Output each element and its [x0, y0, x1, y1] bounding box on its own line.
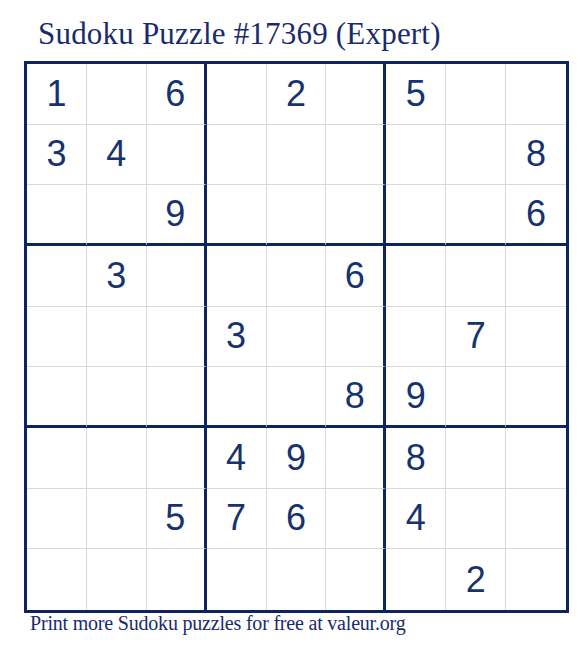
cell-r7c5[interactable]: 9 — [267, 428, 327, 489]
cell-r8c6[interactable] — [326, 489, 386, 550]
cell-r3c2[interactable] — [87, 185, 147, 246]
cell-r1c7[interactable]: 5 — [386, 64, 446, 125]
cell-r5c7[interactable] — [386, 307, 446, 368]
cell-r9c1[interactable] — [27, 549, 87, 610]
cell-r9c6[interactable] — [326, 549, 386, 610]
cell-r2c6[interactable] — [326, 125, 386, 186]
cell-r6c4[interactable] — [207, 367, 267, 428]
cell-r9c4[interactable] — [207, 549, 267, 610]
cell-r8c7[interactable]: 4 — [386, 489, 446, 550]
cell-r4c1[interactable] — [27, 246, 87, 307]
cell-r8c3[interactable]: 5 — [147, 489, 207, 550]
cell-r2c4[interactable] — [207, 125, 267, 186]
cell-r7c3[interactable] — [147, 428, 207, 489]
cell-r1c5[interactable]: 2 — [267, 64, 327, 125]
cell-r9c3[interactable] — [147, 549, 207, 610]
page-title: Sudoku Puzzle #17369 (Expert) — [38, 16, 441, 52]
cell-r3c7[interactable] — [386, 185, 446, 246]
cell-r4c9[interactable] — [506, 246, 566, 307]
cell-r6c8[interactable] — [446, 367, 506, 428]
cell-r5c8[interactable]: 7 — [446, 307, 506, 368]
cell-r7c1[interactable] — [27, 428, 87, 489]
cell-r4c6[interactable]: 6 — [326, 246, 386, 307]
cell-r4c3[interactable] — [147, 246, 207, 307]
cell-r5c1[interactable] — [27, 307, 87, 368]
cell-r1c6[interactable] — [326, 64, 386, 125]
cell-r6c5[interactable] — [267, 367, 327, 428]
cell-r6c3[interactable] — [147, 367, 207, 428]
cell-r7c7[interactable]: 8 — [386, 428, 446, 489]
cell-r5c3[interactable] — [147, 307, 207, 368]
cell-r8c8[interactable] — [446, 489, 506, 550]
cell-r7c4[interactable]: 4 — [207, 428, 267, 489]
cell-r3c8[interactable] — [446, 185, 506, 246]
cell-r6c2[interactable] — [87, 367, 147, 428]
cell-r5c5[interactable] — [267, 307, 327, 368]
cell-r9c2[interactable] — [87, 549, 147, 610]
cell-r7c9[interactable] — [506, 428, 566, 489]
cell-r5c6[interactable] — [326, 307, 386, 368]
cell-r3c6[interactable] — [326, 185, 386, 246]
cell-r9c7[interactable] — [386, 549, 446, 610]
cell-r5c4[interactable]: 3 — [207, 307, 267, 368]
cell-r5c9[interactable] — [506, 307, 566, 368]
cell-r1c3[interactable]: 6 — [147, 64, 207, 125]
sudoku-grid: 16253489636378949857642 — [24, 61, 569, 613]
cell-r6c7[interactable]: 9 — [386, 367, 446, 428]
cell-r3c5[interactable] — [267, 185, 327, 246]
cell-r3c9[interactable]: 6 — [506, 185, 566, 246]
footer-text: Print more Sudoku puzzles for free at va… — [30, 612, 405, 635]
cell-r3c4[interactable] — [207, 185, 267, 246]
cell-r2c2[interactable]: 4 — [87, 125, 147, 186]
cell-r8c4[interactable]: 7 — [207, 489, 267, 550]
cell-r3c3[interactable]: 9 — [147, 185, 207, 246]
cell-r8c5[interactable]: 6 — [267, 489, 327, 550]
cell-r1c4[interactable] — [207, 64, 267, 125]
cell-r2c5[interactable] — [267, 125, 327, 186]
cell-r1c9[interactable] — [506, 64, 566, 125]
cell-r4c5[interactable] — [267, 246, 327, 307]
cell-r8c1[interactable] — [27, 489, 87, 550]
cell-r9c8[interactable]: 2 — [446, 549, 506, 610]
cell-r1c8[interactable] — [446, 64, 506, 125]
cell-r2c1[interactable]: 3 — [27, 125, 87, 186]
cell-r3c1[interactable] — [27, 185, 87, 246]
cell-r9c9[interactable] — [506, 549, 566, 610]
cell-r6c9[interactable] — [506, 367, 566, 428]
cell-r2c7[interactable] — [386, 125, 446, 186]
cell-r9c5[interactable] — [267, 549, 327, 610]
cell-r5c2[interactable] — [87, 307, 147, 368]
cell-r7c6[interactable] — [326, 428, 386, 489]
page: Sudoku Puzzle #17369 (Expert) 1625348963… — [0, 0, 580, 651]
cell-r4c4[interactable] — [207, 246, 267, 307]
cell-r7c8[interactable] — [446, 428, 506, 489]
cell-r1c1[interactable]: 1 — [27, 64, 87, 125]
cell-r1c2[interactable] — [87, 64, 147, 125]
cell-r8c9[interactable] — [506, 489, 566, 550]
cell-r4c7[interactable] — [386, 246, 446, 307]
cell-r4c2[interactable]: 3 — [87, 246, 147, 307]
cell-r7c2[interactable] — [87, 428, 147, 489]
cell-r2c9[interactable]: 8 — [506, 125, 566, 186]
cell-r4c8[interactable] — [446, 246, 506, 307]
cell-r8c2[interactable] — [87, 489, 147, 550]
cell-r2c3[interactable] — [147, 125, 207, 186]
cell-r6c6[interactable]: 8 — [326, 367, 386, 428]
cell-r2c8[interactable] — [446, 125, 506, 186]
cell-r6c1[interactable] — [27, 367, 87, 428]
